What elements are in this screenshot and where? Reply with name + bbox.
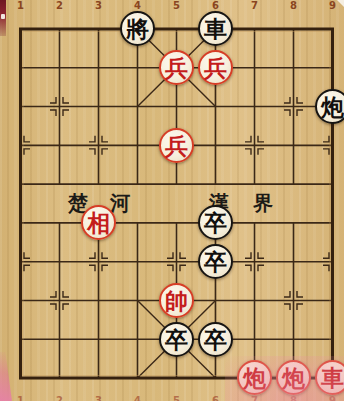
xiangqi-board: 將車兵兵炮兵相卒卒帥卒卒炮炮車 [1,10,344,398]
file-number: 5 [157,395,196,401]
piece-black-soldier[interactable]: 卒 [198,322,233,357]
file-number: 3 [79,395,118,401]
file-number: 4 [118,395,157,401]
piece-red-soldier[interactable]: 兵 [159,50,194,85]
piece-black-cannon[interactable]: 炮 [315,89,344,124]
xiangqi-board-screenshot: 123456789 楚 河 漢 界 將車兵兵炮兵相卒卒帥卒卒炮炮車 123456… [0,0,344,401]
piece-red-elephant[interactable]: 相 [81,205,116,240]
piece-red-general[interactable]: 帥 [159,283,194,318]
piece-black-soldier[interactable]: 卒 [198,244,233,279]
edge-artifact [0,0,6,36]
piece-red-soldier[interactable]: 兵 [159,128,194,163]
piece-red-soldier[interactable]: 兵 [198,50,233,85]
piece-black-soldier[interactable]: 卒 [159,322,194,357]
piece-black-general[interactable]: 將 [120,11,155,46]
piece-black-chariot[interactable]: 車 [198,11,233,46]
file-number: 2 [40,395,79,401]
pink-overlay-artifact [225,356,344,401]
piece-black-soldier[interactable]: 卒 [198,205,233,240]
